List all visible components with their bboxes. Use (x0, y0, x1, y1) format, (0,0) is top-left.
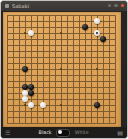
board-region (1, 11, 127, 127)
star-point (60, 68, 62, 70)
star-point (24, 104, 26, 106)
window-title: Sabaki (12, 2, 29, 11)
app-icon (5, 4, 9, 8)
maximize-button[interactable] (114, 4, 117, 7)
go-board[interactable] (3, 12, 121, 127)
star-point (60, 104, 62, 106)
white-player-label: White (75, 130, 89, 136)
white-stone[interactable] (28, 102, 34, 108)
star-point (60, 32, 62, 34)
close-button[interactable] (121, 4, 124, 7)
white-stone[interactable] (28, 30, 34, 36)
sidebar-panel-icon[interactable]: ▤ (117, 129, 123, 136)
star-point (96, 68, 98, 70)
white-stone[interactable] (40, 102, 46, 108)
turn-toggle-knob (58, 130, 62, 134)
black-player-label: Black (39, 130, 52, 136)
white-stone[interactable] (94, 18, 100, 24)
minimize-button[interactable] (108, 4, 111, 7)
turn-toggle[interactable] (56, 129, 70, 137)
black-stone[interactable] (22, 66, 28, 72)
black-stone[interactable] (82, 24, 88, 30)
board-grid[interactable] (7, 15, 116, 124)
last-move-marker-icon (96, 32, 98, 34)
sabaki-window: Sabaki ☰ Black White ▤ (0, 0, 128, 139)
black-stone[interactable] (100, 36, 106, 42)
black-stone[interactable] (28, 90, 34, 96)
star-point (24, 32, 26, 34)
window-controls (108, 4, 124, 7)
black-stone[interactable] (94, 102, 100, 108)
white-stone[interactable] (22, 96, 28, 102)
white-stone[interactable] (94, 30, 100, 36)
bottom-bar: ☰ Black White ▤ (1, 127, 127, 138)
title-bar[interactable]: Sabaki (1, 1, 127, 11)
hamburger-menu-icon[interactable]: ☰ (5, 129, 10, 136)
